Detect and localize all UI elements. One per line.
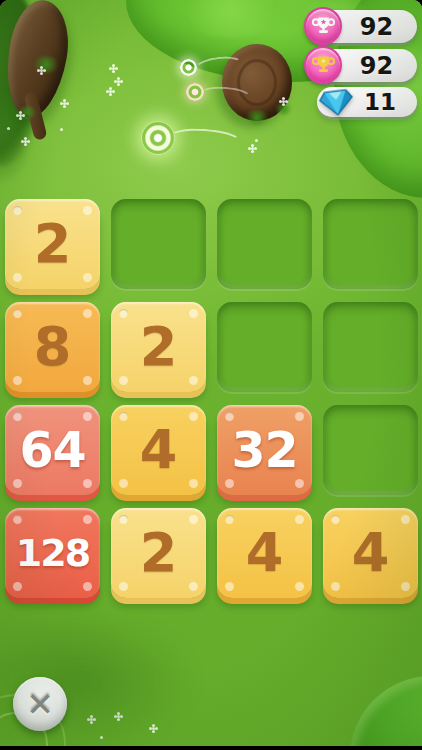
flower-dot <box>63 102 66 105</box>
firefly-sparkle-icon <box>180 59 197 76</box>
trophy-badge-1[interactable]: 92 <box>306 10 417 43</box>
tile-rivets <box>13 515 22 524</box>
flower-dot <box>19 114 22 117</box>
tile-2[interactable]: 2 <box>5 199 100 289</box>
flower-dot <box>24 140 27 143</box>
board[interactable]: 28264432128244 <box>5 199 418 598</box>
tile-4[interactable]: 4 <box>111 405 206 495</box>
gold-trophy-icon <box>304 46 342 84</box>
game-screen: 92 92 <box>0 0 422 750</box>
flower-dot <box>40 69 43 72</box>
firefly-trail <box>167 126 242 153</box>
tile-rivets <box>225 412 234 421</box>
tile-number: 4 <box>140 423 178 477</box>
gem-icon <box>317 87 355 119</box>
tile-number: 2 <box>34 217 72 271</box>
tile-4[interactable]: 4 <box>323 508 418 598</box>
empty-cell <box>111 199 206 289</box>
firefly-sparkle-icon <box>186 83 204 101</box>
empty-cell <box>323 199 418 289</box>
tile-number: 64 <box>19 426 85 475</box>
tile-rivets <box>13 206 22 215</box>
tile-number: 8 <box>34 320 72 374</box>
grass-tuft <box>244 110 270 125</box>
empty-cell <box>217 302 312 392</box>
grass-tuft <box>274 103 293 115</box>
empty-cell <box>323 302 418 392</box>
trophy-badge-2[interactable]: 92 <box>306 49 417 82</box>
tile-rivets <box>13 309 22 318</box>
tile-number: 128 <box>16 534 89 572</box>
sparkle-dot <box>60 128 63 131</box>
gem-badge[interactable]: 11 <box>317 87 417 117</box>
grass-tuft <box>16 106 38 119</box>
white-trophy-icon <box>304 7 342 45</box>
tile-rivets <box>119 309 128 318</box>
tile-number: 2 <box>140 320 178 374</box>
tile-2[interactable]: 2 <box>111 302 206 392</box>
flower-dot <box>117 80 120 83</box>
tile-rivets <box>119 412 128 421</box>
tile-4[interactable]: 4 <box>217 508 312 598</box>
tile-rivets <box>13 412 22 421</box>
tile-number: 32 <box>231 426 297 475</box>
tile-number: 2 <box>140 526 178 580</box>
close-icon: ✕ <box>26 685 54 724</box>
bush-bottom-right <box>350 676 422 750</box>
tile-2[interactable]: 2 <box>111 508 206 598</box>
tile-128[interactable]: 128 <box>5 508 100 598</box>
tile-rivets <box>119 515 128 524</box>
flower-dot <box>282 100 285 103</box>
empty-cell <box>323 405 418 495</box>
tile-rivets <box>225 515 234 524</box>
flower-dot <box>112 67 115 70</box>
sparkle-dot <box>255 139 258 142</box>
close-button[interactable]: ✕ <box>13 677 67 731</box>
tile-8[interactable]: 8 <box>5 302 100 392</box>
flower-dot <box>251 147 254 150</box>
tile-rivets <box>331 515 340 524</box>
tile-64[interactable]: 64 <box>5 405 100 495</box>
tile-32[interactable]: 32 <box>217 405 312 495</box>
flower-dot <box>109 90 112 93</box>
grass-tuft <box>32 56 60 73</box>
firefly-sparkle-icon <box>141 121 175 155</box>
sparkle-dot <box>7 127 10 130</box>
tile-number: 4 <box>246 526 284 580</box>
tile-number: 4 <box>352 526 390 580</box>
empty-cell <box>217 199 312 289</box>
